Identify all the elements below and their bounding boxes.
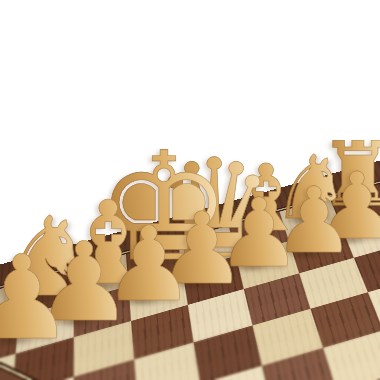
chess-set-photo: ♟♞♟♝♟♚♟♛♟♝♟♞♟♜ [0,0,380,380]
